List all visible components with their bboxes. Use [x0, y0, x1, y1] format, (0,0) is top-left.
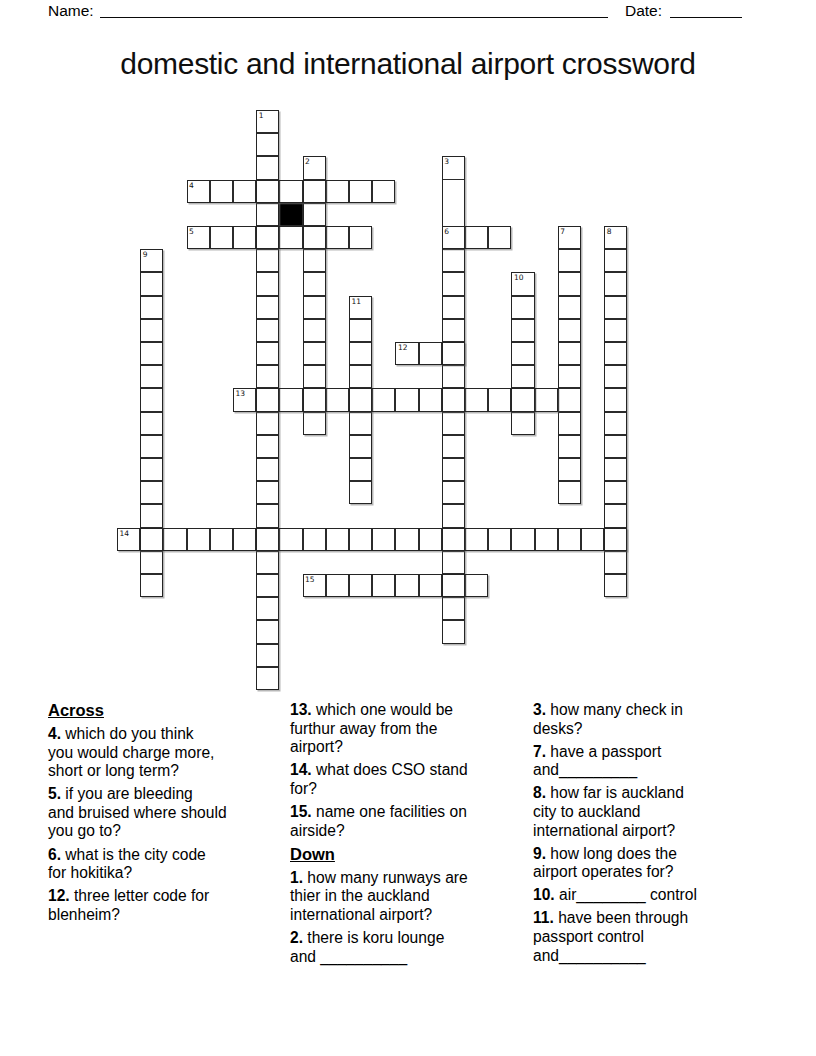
clue-text: how many runways are thier in the auckla…	[290, 869, 468, 923]
clue-lists: Across4. which do you think you would ch…	[0, 0, 816, 1056]
clue-text: air________ control	[555, 886, 697, 903]
clue-text: how long does the airport operates for?	[533, 845, 677, 881]
down-section-header: Down	[290, 845, 532, 864]
clue-15-across: 15. name one facilities on airside?	[290, 803, 532, 840]
clue-number-label: 9.	[533, 845, 546, 862]
clue-8-down: 8. how far is auckland city to auckland …	[533, 784, 775, 840]
clue-number-label: 13.	[290, 701, 312, 718]
clue-text: what is the city code for hokitika?	[48, 846, 206, 882]
clue-column-3: 3. how many check in desks?7. have a pas…	[533, 701, 775, 970]
clue-text: have a passport and_________	[533, 743, 661, 779]
clue-text: how far is auckland city to auckland int…	[533, 784, 684, 838]
clue-12-across: 12. three letter code for blenheim?	[48, 887, 290, 924]
clue-column-2: 13. which one would be furthur away from…	[290, 701, 532, 971]
clue-text: three letter code for blenheim?	[48, 887, 209, 923]
clue-text: which do you think you would charge more…	[48, 725, 214, 779]
clue-9-down: 9. how long does the airport operates fo…	[533, 845, 775, 882]
clue-4-across: 4. which do you think you would charge m…	[48, 725, 290, 781]
clue-3-down: 3. how many check in desks?	[533, 701, 775, 738]
clue-number-label: 15.	[290, 803, 312, 820]
clue-13-across: 13. which one would be furthur away from…	[290, 701, 532, 757]
clue-number-label: 5.	[48, 785, 61, 802]
clue-number-label: 3.	[533, 701, 546, 718]
clue-number-label: 10.	[533, 886, 555, 903]
clue-text: what does CSO stand for?	[290, 761, 468, 797]
clue-10-down: 10. air________ control	[533, 886, 775, 905]
clue-text: there is koru lounge and __________	[290, 929, 444, 965]
clue-11-down: 11. have been through passport control a…	[533, 909, 775, 965]
across-section-header: Across	[48, 701, 290, 720]
clue-column-1: Across4. which do you think you would ch…	[48, 701, 290, 929]
clue-7-down: 7. have a passport and_________	[533, 743, 775, 780]
clue-number-label: 4.	[48, 725, 61, 742]
clue-2-down: 2. there is koru lounge and __________	[290, 929, 532, 966]
clue-number-label: 8.	[533, 784, 546, 801]
clue-number-label: 1.	[290, 869, 303, 886]
clue-text: how many check in desks?	[533, 701, 683, 737]
clue-number-label: 6.	[48, 846, 61, 863]
clue-text: name one facilities on airside?	[290, 803, 467, 839]
clue-number-label: 14.	[290, 761, 312, 778]
clue-5-across: 5. if you are bleeding and bruised where…	[48, 785, 290, 841]
clue-text: if you are bleeding and bruised where sh…	[48, 785, 227, 839]
clue-number-label: 12.	[48, 887, 70, 904]
worksheet-page: { "header": { "name_label": "Name:", "da…	[0, 0, 816, 1056]
clue-number-label: 7.	[533, 743, 546, 760]
clue-14-across: 14. what does CSO stand for?	[290, 761, 532, 798]
clue-number-label: 11.	[533, 909, 554, 926]
clue-number-label: 2.	[290, 929, 303, 946]
clue-1-down: 1. how many runways are thier in the auc…	[290, 869, 532, 925]
clue-6-across: 6. what is the city code for hokitika?	[48, 846, 290, 883]
clue-text: which one would be furthur away from the…	[290, 701, 453, 755]
clue-text: have been through passport control and__…	[533, 909, 688, 963]
